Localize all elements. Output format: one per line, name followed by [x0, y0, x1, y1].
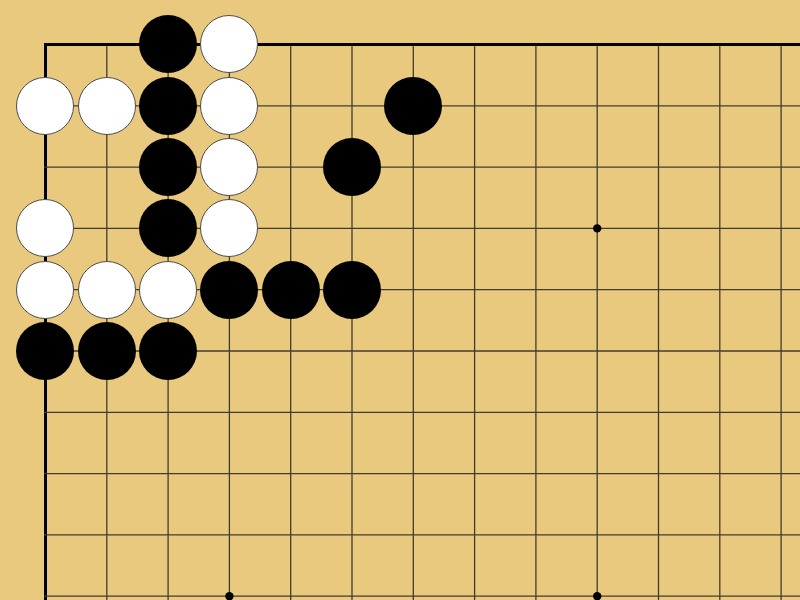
- intersection[interactable]: ●: [137, 320, 198, 381]
- intersection[interactable]: [567, 75, 628, 136]
- intersection[interactable]: [199, 504, 260, 565]
- intersection[interactable]: [505, 566, 566, 600]
- intersection[interactable]: [689, 320, 750, 381]
- board-grid: ●●●●●●●●●●●●●●●●●●●●●●: [15, 14, 800, 600]
- intersection[interactable]: [76, 566, 137, 600]
- intersection[interactable]: [383, 259, 444, 320]
- intersection[interactable]: ●: [383, 75, 444, 136]
- intersection[interactable]: [383, 504, 444, 565]
- intersection[interactable]: [505, 320, 566, 381]
- intersection[interactable]: [750, 198, 800, 259]
- intersection[interactable]: ●: [199, 14, 260, 75]
- intersection[interactable]: ●: [199, 259, 260, 320]
- intersection[interactable]: ●: [321, 136, 382, 197]
- intersection[interactable]: [628, 382, 689, 443]
- intersection[interactable]: [750, 566, 800, 600]
- intersection[interactable]: [628, 14, 689, 75]
- intersection[interactable]: [750, 443, 800, 504]
- intersection[interactable]: [76, 136, 137, 197]
- intersection[interactable]: [321, 14, 382, 75]
- intersection[interactable]: [444, 566, 505, 600]
- intersection[interactable]: [15, 382, 76, 443]
- intersection[interactable]: [383, 443, 444, 504]
- intersection[interactable]: [137, 566, 198, 600]
- intersection[interactable]: ●: [137, 14, 198, 75]
- intersection[interactable]: [505, 504, 566, 565]
- intersection[interactable]: [199, 443, 260, 504]
- intersection[interactable]: [137, 504, 198, 565]
- white-stone: ●: [16, 77, 74, 135]
- intersection[interactable]: [567, 566, 628, 600]
- intersection[interactable]: [444, 75, 505, 136]
- intersection[interactable]: [260, 136, 321, 197]
- intersection[interactable]: [137, 443, 198, 504]
- intersection[interactable]: [321, 75, 382, 136]
- intersection[interactable]: [383, 566, 444, 600]
- intersection[interactable]: [750, 382, 800, 443]
- intersection[interactable]: [689, 75, 750, 136]
- intersection[interactable]: [76, 198, 137, 259]
- intersection[interactable]: [383, 382, 444, 443]
- intersection[interactable]: [260, 14, 321, 75]
- white-stone: ●: [200, 138, 258, 196]
- intersection[interactable]: [15, 443, 76, 504]
- intersection[interactable]: [260, 198, 321, 259]
- intersection[interactable]: [321, 566, 382, 600]
- intersection[interactable]: [628, 320, 689, 381]
- intersection[interactable]: [567, 136, 628, 197]
- intersection[interactable]: [505, 443, 566, 504]
- intersection[interactable]: [628, 259, 689, 320]
- intersection[interactable]: ●: [137, 259, 198, 320]
- intersection[interactable]: [628, 443, 689, 504]
- intersection[interactable]: [76, 443, 137, 504]
- intersection[interactable]: [321, 504, 382, 565]
- intersection[interactable]: ●: [137, 198, 198, 259]
- intersection[interactable]: [383, 136, 444, 197]
- intersection[interactable]: [444, 198, 505, 259]
- black-stone: ●: [78, 322, 136, 380]
- intersection[interactable]: [260, 320, 321, 381]
- intersection[interactable]: [137, 382, 198, 443]
- intersection[interactable]: [321, 198, 382, 259]
- intersection[interactable]: [567, 14, 628, 75]
- intersection[interactable]: [15, 504, 76, 565]
- intersection[interactable]: ●: [260, 259, 321, 320]
- intersection[interactable]: [260, 504, 321, 565]
- intersection[interactable]: ●: [76, 75, 137, 136]
- intersection[interactable]: [76, 382, 137, 443]
- black-stone: ●: [323, 261, 381, 319]
- intersection[interactable]: [383, 14, 444, 75]
- intersection[interactable]: [689, 136, 750, 197]
- intersection[interactable]: [383, 320, 444, 381]
- intersection[interactable]: [567, 382, 628, 443]
- black-stone: ●: [139, 15, 197, 73]
- black-stone: ●: [139, 199, 197, 257]
- white-stone: ●: [200, 199, 258, 257]
- intersection[interactable]: [260, 443, 321, 504]
- intersection[interactable]: [199, 566, 260, 600]
- intersection[interactable]: ●: [199, 136, 260, 197]
- intersection[interactable]: [750, 320, 800, 381]
- intersection[interactable]: [567, 443, 628, 504]
- intersection[interactable]: [750, 504, 800, 565]
- intersection[interactable]: [689, 504, 750, 565]
- intersection[interactable]: [505, 259, 566, 320]
- black-stone: ●: [16, 322, 74, 380]
- intersection[interactable]: ●: [321, 259, 382, 320]
- intersection[interactable]: [15, 566, 76, 600]
- intersection[interactable]: [260, 566, 321, 600]
- intersection[interactable]: [567, 504, 628, 565]
- intersection[interactable]: [15, 14, 76, 75]
- intersection[interactable]: ●: [76, 320, 137, 381]
- black-stone: ●: [139, 77, 197, 135]
- intersection[interactable]: [689, 198, 750, 259]
- white-stone: ●: [139, 261, 197, 319]
- intersection[interactable]: [505, 198, 566, 259]
- intersection[interactable]: [505, 382, 566, 443]
- intersection[interactable]: [505, 14, 566, 75]
- black-stone: ●: [262, 261, 320, 319]
- intersection[interactable]: [383, 198, 444, 259]
- intersection[interactable]: [567, 198, 628, 259]
- intersection[interactable]: [15, 136, 76, 197]
- intersection[interactable]: [689, 259, 750, 320]
- black-stone: ●: [139, 322, 197, 380]
- white-stone: ●: [200, 77, 258, 135]
- intersection[interactable]: ●: [15, 259, 76, 320]
- intersection[interactable]: [260, 382, 321, 443]
- black-stone: ●: [323, 138, 381, 196]
- white-stone: ●: [200, 15, 258, 73]
- intersection[interactable]: ●: [15, 320, 76, 381]
- white-stone: ●: [78, 261, 136, 319]
- intersection[interactable]: [199, 382, 260, 443]
- intersection[interactable]: [750, 259, 800, 320]
- intersection[interactable]: ●: [137, 75, 198, 136]
- intersection[interactable]: [628, 566, 689, 600]
- intersection[interactable]: [628, 75, 689, 136]
- intersection[interactable]: [321, 320, 382, 381]
- intersection[interactable]: [750, 14, 800, 75]
- intersection[interactable]: ●: [199, 75, 260, 136]
- intersection[interactable]: [321, 443, 382, 504]
- intersection[interactable]: [444, 443, 505, 504]
- black-stone: ●: [139, 138, 197, 196]
- go-board: ●●●●●●●●●●●●●●●●●●●●●●: [0, 0, 800, 600]
- intersection[interactable]: [444, 320, 505, 381]
- black-stone: ●: [200, 261, 258, 319]
- intersection[interactable]: [689, 443, 750, 504]
- black-stone: ●: [384, 77, 442, 135]
- intersection[interactable]: [750, 136, 800, 197]
- intersection[interactable]: ●: [15, 75, 76, 136]
- intersection[interactable]: [444, 504, 505, 565]
- white-stone: ●: [16, 261, 74, 319]
- intersection[interactable]: [199, 320, 260, 381]
- intersection[interactable]: ●: [76, 259, 137, 320]
- intersection[interactable]: [750, 75, 800, 136]
- white-stone: ●: [78, 77, 136, 135]
- intersection[interactable]: [444, 382, 505, 443]
- intersection[interactable]: ●: [15, 198, 76, 259]
- intersection[interactable]: [567, 320, 628, 381]
- intersection[interactable]: [505, 75, 566, 136]
- intersection[interactable]: [260, 75, 321, 136]
- intersection[interactable]: [628, 136, 689, 197]
- intersection[interactable]: [628, 504, 689, 565]
- intersection[interactable]: [444, 14, 505, 75]
- intersection[interactable]: [321, 382, 382, 443]
- intersection[interactable]: [505, 136, 566, 197]
- intersection[interactable]: [76, 14, 137, 75]
- intersection[interactable]: [444, 259, 505, 320]
- intersection[interactable]: [567, 259, 628, 320]
- intersection[interactable]: [689, 382, 750, 443]
- intersection[interactable]: [76, 504, 137, 565]
- intersection[interactable]: [444, 136, 505, 197]
- intersection[interactable]: [689, 14, 750, 75]
- intersection[interactable]: [628, 198, 689, 259]
- intersection[interactable]: [689, 566, 750, 600]
- intersection[interactable]: ●: [137, 136, 198, 197]
- intersection[interactable]: ●: [199, 198, 260, 259]
- white-stone: ●: [16, 199, 74, 257]
